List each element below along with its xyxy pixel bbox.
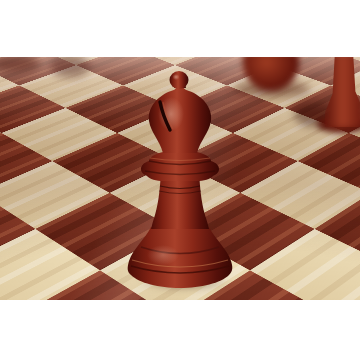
photo-area — [0, 57, 360, 300]
product-photo-canvas — [0, 0, 360, 360]
bishop-finial-ball — [170, 71, 189, 89]
bishop-piece — [119, 69, 241, 294]
bishop-collar — [141, 152, 219, 181]
bishop-base — [128, 227, 233, 288]
